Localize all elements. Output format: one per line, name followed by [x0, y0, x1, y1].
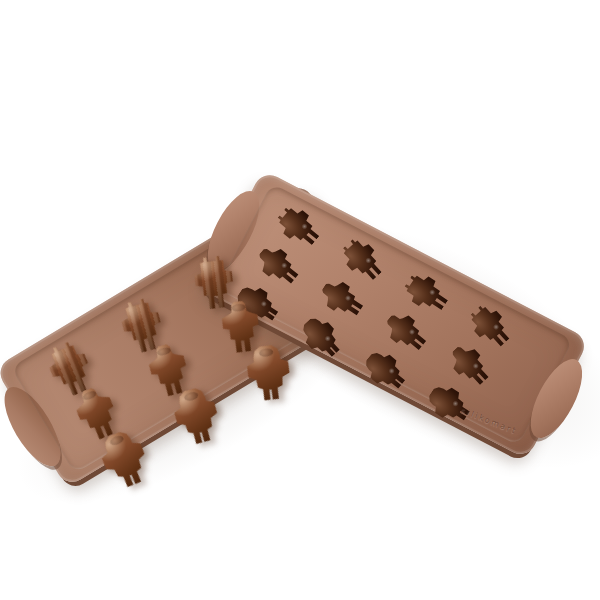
front-mold-grid [0, 182, 375, 487]
front-mold-chocolates-layer [0, 182, 375, 487]
product-photo-background: silikomart [0, 0, 600, 600]
robot-c-chocolate [243, 343, 293, 404]
